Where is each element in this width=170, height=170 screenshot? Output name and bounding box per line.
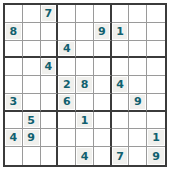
sudoku-cell-r6c6[interactable] — [94, 94, 112, 112]
sudoku-cell-r4c4[interactable] — [58, 58, 76, 76]
sudoku-cell-r5c8[interactable] — [129, 76, 147, 94]
sudoku-cell-r1c3: 7 — [41, 5, 59, 23]
sudoku-cell-r5c9[interactable] — [147, 76, 165, 94]
sudoku-cell-r6c7[interactable] — [112, 94, 130, 112]
sudoku-cell-r6c8: 9 — [129, 94, 147, 112]
sudoku-cell-r1c5[interactable] — [76, 5, 94, 23]
sudoku-cell-r1c9[interactable] — [147, 5, 165, 23]
sudoku-cell-r8c4[interactable] — [58, 129, 76, 147]
sudoku-cell-r7c1[interactable] — [5, 112, 23, 130]
sudoku-cell-r6c5[interactable] — [76, 94, 94, 112]
sudoku-cell-r2c3[interactable] — [41, 23, 59, 41]
sudoku-cell-r7c2: 5 — [23, 112, 41, 130]
sudoku-cell-r2c2[interactable] — [23, 23, 41, 41]
sudoku-cell-r1c2[interactable] — [23, 5, 41, 23]
sudoku-cell-r4c8[interactable] — [129, 58, 147, 76]
sudoku-cell-r7c9[interactable] — [147, 112, 165, 130]
sudoku-cell-r3c4: 4 — [58, 41, 76, 59]
sudoku-cell-r6c1: 3 — [5, 94, 23, 112]
sudoku-cell-r4c2[interactable] — [23, 58, 41, 76]
sudoku-cell-r6c4: 6 — [58, 94, 76, 112]
sudoku-cell-r8c6[interactable] — [94, 129, 112, 147]
sudoku-board: 78914428436951491479 — [3, 3, 167, 167]
sudoku-cell-r8c2: 9 — [23, 129, 41, 147]
sudoku-cell-r7c6[interactable] — [94, 112, 112, 130]
sudoku-cell-r6c9[interactable] — [147, 94, 165, 112]
sudoku-cell-r3c9[interactable] — [147, 41, 165, 59]
sudoku-cell-r1c1[interactable] — [5, 5, 23, 23]
sudoku-cell-r4c6[interactable] — [94, 58, 112, 76]
sudoku-cell-r2c7: 1 — [112, 23, 130, 41]
sudoku-cell-r1c6[interactable] — [94, 5, 112, 23]
sudoku-cell-r8c7[interactable] — [112, 129, 130, 147]
sudoku-cell-r2c5[interactable] — [76, 23, 94, 41]
sudoku-cell-r9c6[interactable] — [94, 147, 112, 165]
sudoku-cell-r8c8[interactable] — [129, 129, 147, 147]
sudoku-cell-r7c5: 1 — [76, 112, 94, 130]
sudoku-cell-r9c2[interactable] — [23, 147, 41, 165]
sudoku-cell-r3c8[interactable] — [129, 41, 147, 59]
sudoku-cell-r5c2[interactable] — [23, 76, 41, 94]
sudoku-cell-r1c8[interactable] — [129, 5, 147, 23]
sudoku-cell-r3c7[interactable] — [112, 41, 130, 59]
sudoku-cell-r5c6[interactable] — [94, 76, 112, 94]
sudoku-cell-r8c9: 1 — [147, 129, 165, 147]
sudoku-cell-r5c3[interactable] — [41, 76, 59, 94]
sudoku-cell-r5c5: 8 — [76, 76, 94, 94]
sudoku-cell-r5c7: 4 — [112, 76, 130, 94]
sudoku-cell-r6c3[interactable] — [41, 94, 59, 112]
sudoku-cell-r3c3[interactable] — [41, 41, 59, 59]
sudoku-cell-r3c5[interactable] — [76, 41, 94, 59]
sudoku-cell-r9c7: 7 — [112, 147, 130, 165]
sudoku-cell-r4c7[interactable] — [112, 58, 130, 76]
sudoku-cell-r9c3[interactable] — [41, 147, 59, 165]
sudoku-cell-r4c9[interactable] — [147, 58, 165, 76]
sudoku-cell-r9c8[interactable] — [129, 147, 147, 165]
sudoku-cell-r1c7[interactable] — [112, 5, 130, 23]
sudoku-cell-r3c2[interactable] — [23, 41, 41, 59]
sudoku-cell-r7c8[interactable] — [129, 112, 147, 130]
sudoku-cell-r1c4[interactable] — [58, 5, 76, 23]
sudoku-cell-r2c4[interactable] — [58, 23, 76, 41]
sudoku-cell-r7c4[interactable] — [58, 112, 76, 130]
sudoku-cell-r9c9: 9 — [147, 147, 165, 165]
sudoku-cell-r4c5[interactable] — [76, 58, 94, 76]
sudoku-cell-r2c6: 9 — [94, 23, 112, 41]
sudoku-cell-r8c3[interactable] — [41, 129, 59, 147]
sudoku-cell-r8c1: 4 — [5, 129, 23, 147]
sudoku-page: 78914428436951491479 — [0, 0, 170, 170]
sudoku-cell-r2c1: 8 — [5, 23, 23, 41]
sudoku-cell-r7c3[interactable] — [41, 112, 59, 130]
sudoku-cell-r9c1[interactable] — [5, 147, 23, 165]
sudoku-cell-r5c1[interactable] — [5, 76, 23, 94]
sudoku-cell-r6c2[interactable] — [23, 94, 41, 112]
sudoku-cell-r8c5[interactable] — [76, 129, 94, 147]
sudoku-cell-r2c9[interactable] — [147, 23, 165, 41]
sudoku-cell-r3c6[interactable] — [94, 41, 112, 59]
sudoku-cell-r4c3: 4 — [41, 58, 59, 76]
sudoku-cell-r2c8[interactable] — [129, 23, 147, 41]
sudoku-cell-r5c4: 2 — [58, 76, 76, 94]
sudoku-cell-r9c4[interactable] — [58, 147, 76, 165]
sudoku-cell-r7c7[interactable] — [112, 112, 130, 130]
sudoku-cell-r3c1[interactable] — [5, 41, 23, 59]
sudoku-cell-r9c5: 4 — [76, 147, 94, 165]
sudoku-cell-r4c1[interactable] — [5, 58, 23, 76]
